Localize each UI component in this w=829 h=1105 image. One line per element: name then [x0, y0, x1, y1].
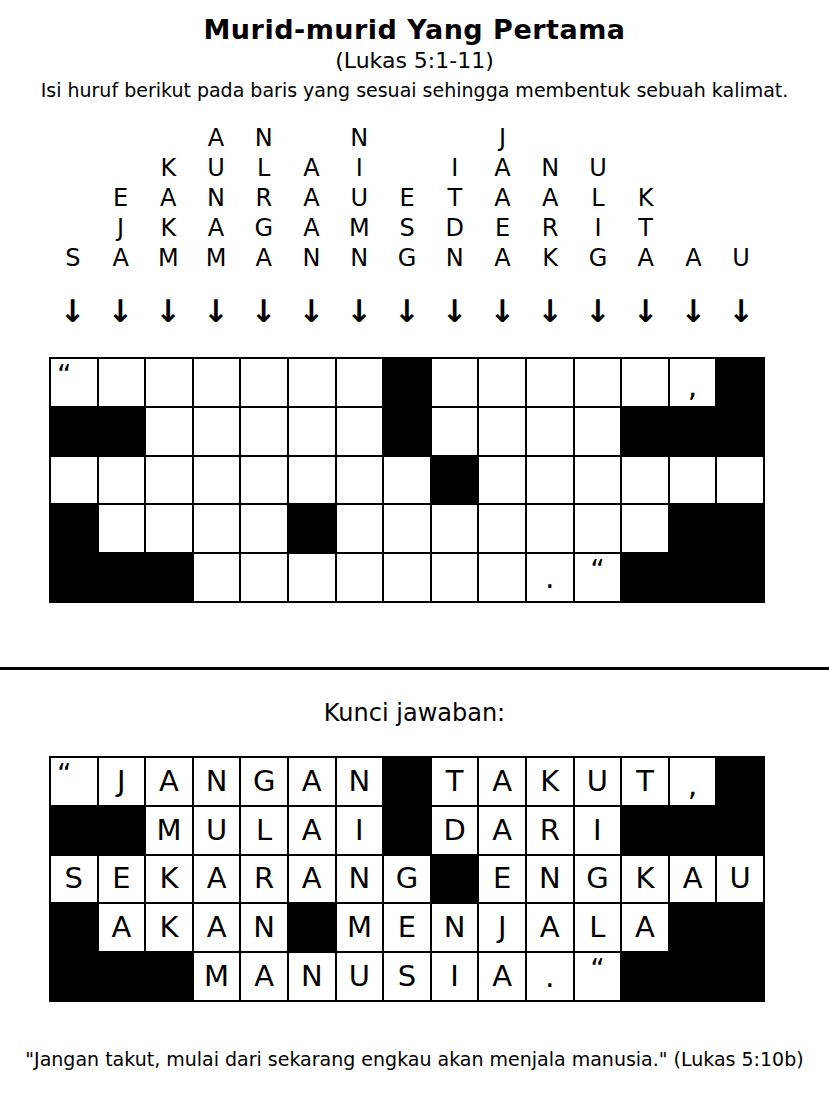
- letter-cell: A: [479, 807, 525, 854]
- stack-gap: [49, 183, 97, 213]
- black-cell: [717, 904, 763, 951]
- clue-letter: A: [479, 153, 527, 183]
- section-divider: [0, 667, 829, 670]
- empty-cell[interactable]: [622, 505, 668, 552]
- clue-letter: G: [240, 213, 288, 243]
- clue-letter: L: [240, 153, 288, 183]
- stack-gap: [622, 153, 670, 183]
- clue-letter: A: [622, 243, 670, 273]
- letter-cell: N: [194, 758, 240, 805]
- empty-cell[interactable]: [146, 359, 192, 406]
- answer-key-heading: Kunci jawaban:: [0, 699, 829, 727]
- clue-letter: T: [431, 183, 479, 213]
- letter-cell: N: [241, 904, 287, 951]
- clue-letter: A: [240, 243, 288, 273]
- black-cell: [717, 505, 763, 552]
- stack-gap: [383, 123, 431, 153]
- letter-cell: J: [99, 758, 145, 805]
- letter-cell: G: [575, 856, 621, 903]
- clue-letter: N: [192, 183, 240, 213]
- empty-cell[interactable]: [146, 408, 192, 455]
- stack-gap: [670, 123, 718, 153]
- black-cell: [146, 554, 192, 601]
- empty-cell[interactable]: [194, 457, 240, 504]
- stack-gap: [670, 153, 718, 183]
- clue-letter: U: [574, 153, 622, 183]
- black-cell: [99, 554, 145, 601]
- empty-cell[interactable]: [432, 505, 478, 552]
- letter-cell: E: [384, 904, 430, 951]
- empty-cell[interactable]: [194, 554, 240, 601]
- black-cell: [432, 457, 478, 504]
- letter-cell: A: [527, 904, 573, 951]
- clue-letter: A: [97, 243, 145, 273]
- letter-stacks: ANNJKULAIIANUEANRAUETAALKJKAGAMSDERITSAM…: [49, 123, 765, 273]
- empty-cell[interactable]: [289, 408, 335, 455]
- letter-cell: L: [241, 807, 287, 854]
- page-title: Murid-murid Yang Pertama: [0, 0, 829, 45]
- letter-cell: A: [241, 953, 287, 1000]
- down-arrow-icon: ↓: [97, 289, 145, 333]
- empty-cell[interactable]: [337, 359, 383, 406]
- clue-letter: R: [526, 213, 574, 243]
- black-cell: [717, 758, 763, 805]
- stack-gap: [670, 213, 718, 243]
- instruction-text: Isi huruf berikut pada baris yang sesuai…: [0, 79, 829, 101]
- black-cell: [717, 359, 763, 406]
- empty-cell[interactable]: [479, 554, 525, 601]
- empty-cell[interactable]: [146, 457, 192, 504]
- letter-cell: A: [289, 807, 335, 854]
- clue-letter: N: [240, 123, 288, 153]
- letter-cell: A: [289, 856, 335, 903]
- empty-cell[interactable]: [527, 457, 573, 504]
- stack-gap: [717, 123, 765, 153]
- letter-cell: D: [432, 807, 478, 854]
- clue-letter: A: [192, 213, 240, 243]
- quote-mark-cell: “: [575, 953, 621, 1000]
- clue-letter: R: [240, 183, 288, 213]
- comma-cell: ,: [670, 758, 716, 805]
- empty-cell[interactable]: [241, 457, 287, 504]
- quote-mark-cell: “: [575, 554, 621, 601]
- letter-cell: U: [194, 807, 240, 854]
- down-arrow-icon: ↓: [526, 289, 574, 333]
- black-cell: [670, 505, 716, 552]
- empty-cell[interactable]: [527, 408, 573, 455]
- clue-letter: A: [479, 243, 527, 273]
- black-cell: [622, 408, 668, 455]
- black-cell: [622, 807, 668, 854]
- empty-cell[interactable]: [241, 359, 287, 406]
- clue-letter: I: [431, 153, 479, 183]
- clue-letter: A: [479, 183, 527, 213]
- clue-letter: G: [574, 243, 622, 273]
- stack-gap: [526, 123, 574, 153]
- letter-cell: N: [337, 856, 383, 903]
- clue-letter: A: [288, 213, 336, 243]
- stack-gap: [574, 123, 622, 153]
- clue-letter: N: [335, 243, 383, 273]
- clue-letter: T: [622, 213, 670, 243]
- black-cell: [670, 408, 716, 455]
- letter-cell: I: [432, 953, 478, 1000]
- letter-cell: N: [337, 758, 383, 805]
- clue-letter: A: [670, 243, 718, 273]
- solution-verse: "Jangan takut, mulai dari sekarang engka…: [0, 1048, 829, 1070]
- letter-cell: A: [479, 758, 525, 805]
- clue-letter: S: [49, 243, 97, 273]
- black-cell: [146, 953, 192, 1000]
- letter-cell: N: [289, 953, 335, 1000]
- empty-cell[interactable]: [670, 457, 716, 504]
- stack-gap: [717, 153, 765, 183]
- letter-cell: M: [337, 904, 383, 951]
- stack-gap: [383, 153, 431, 183]
- black-cell: [99, 807, 145, 854]
- empty-cell[interactable]: [527, 505, 573, 552]
- down-arrow-icon: ↓: [574, 289, 622, 333]
- letter-cell: U: [337, 953, 383, 1000]
- stack-gap: [97, 123, 145, 153]
- clue-letter: N: [526, 153, 574, 183]
- empty-cell[interactable]: [337, 457, 383, 504]
- black-cell: [717, 408, 763, 455]
- black-cell: [432, 856, 478, 903]
- clue-letter: I: [335, 153, 383, 183]
- letter-cell: K: [527, 758, 573, 805]
- stack-gap: [717, 183, 765, 213]
- answer-grid: “JANGANTAKUT,MULAIDARISEKARANGENGKAUAKAN…: [49, 756, 765, 1002]
- empty-cell[interactable]: [194, 408, 240, 455]
- quote-mark-cell: “: [51, 359, 97, 406]
- empty-cell[interactable]: [51, 457, 97, 504]
- letter-cell: A: [479, 953, 525, 1000]
- letter-cell: T: [432, 758, 478, 805]
- clue-letter: M: [144, 243, 192, 273]
- stack-gap: [49, 213, 97, 243]
- empty-cell[interactable]: [289, 554, 335, 601]
- empty-cell[interactable]: [622, 359, 668, 406]
- empty-cell[interactable]: [384, 505, 430, 552]
- clue-letter: U: [192, 153, 240, 183]
- empty-cell[interactable]: [479, 457, 525, 504]
- letter-cell: I: [575, 807, 621, 854]
- letter-cell: M: [146, 807, 192, 854]
- clue-letter: E: [97, 183, 145, 213]
- empty-cell[interactable]: [384, 457, 430, 504]
- clue-letter: M: [335, 213, 383, 243]
- black-cell: [51, 953, 97, 1000]
- black-cell: [384, 807, 430, 854]
- down-arrow-icon: ↓: [670, 289, 718, 333]
- clue-letter: K: [144, 153, 192, 183]
- empty-cell[interactable]: [194, 505, 240, 552]
- stack-gap: [717, 213, 765, 243]
- clue-letter: J: [479, 123, 527, 153]
- letter-cell: A: [194, 904, 240, 951]
- black-cell: [99, 408, 145, 455]
- letter-cell: T: [622, 758, 668, 805]
- down-arrow-icon: ↓: [240, 289, 288, 333]
- black-cell: [51, 807, 97, 854]
- clue-letter: A: [192, 123, 240, 153]
- letter-cell: K: [622, 856, 668, 903]
- down-arrow-icon: ↓: [431, 289, 479, 333]
- black-cell: [670, 554, 716, 601]
- down-arrow-icon: ↓: [49, 289, 97, 333]
- stack-gap: [622, 123, 670, 153]
- letter-cell: A: [289, 758, 335, 805]
- clue-letter: J: [97, 213, 145, 243]
- letter-cell: L: [575, 904, 621, 951]
- clue-letter: I: [574, 213, 622, 243]
- letter-cell: M: [194, 953, 240, 1000]
- clue-letter: E: [383, 183, 431, 213]
- down-arrow-icon: ↓: [717, 289, 765, 333]
- letter-cell: K: [146, 856, 192, 903]
- empty-cell[interactable]: [194, 359, 240, 406]
- letter-cell: A: [670, 856, 716, 903]
- stack-gap: [49, 123, 97, 153]
- black-cell: [384, 359, 430, 406]
- empty-cell[interactable]: [432, 554, 478, 601]
- empty-cell[interactable]: [99, 457, 145, 504]
- letter-cell: S: [384, 953, 430, 1000]
- clue-letter: U: [717, 243, 765, 273]
- letter-cell: A: [146, 758, 192, 805]
- verse-reference: (Lukas 5:1-11): [0, 48, 829, 73]
- letter-cell: A: [194, 856, 240, 903]
- empty-cell[interactable]: [479, 359, 525, 406]
- empty-cell[interactable]: [479, 505, 525, 552]
- black-cell: [717, 554, 763, 601]
- empty-cell[interactable]: [241, 408, 287, 455]
- black-cell: [99, 953, 145, 1000]
- down-arrow-icon: ↓: [479, 289, 527, 333]
- black-cell: [51, 904, 97, 951]
- clue-letter: S: [383, 213, 431, 243]
- down-arrow-icon: ↓: [383, 289, 431, 333]
- letter-cell: E: [99, 856, 145, 903]
- empty-cell[interactable]: [99, 505, 145, 552]
- stack-gap: [49, 153, 97, 183]
- letter-cell: I: [337, 807, 383, 854]
- empty-cell[interactable]: [241, 554, 287, 601]
- empty-cell[interactable]: [575, 505, 621, 552]
- down-arrow-icon: ↓: [288, 289, 336, 333]
- empty-cell[interactable]: [241, 505, 287, 552]
- clue-letter: U: [335, 183, 383, 213]
- letter-cell: J: [479, 904, 525, 951]
- black-cell: [717, 953, 763, 1000]
- clue-letter: N: [288, 243, 336, 273]
- comma-cell: ,: [670, 359, 716, 406]
- clue-letter: K: [144, 213, 192, 243]
- letter-cell: G: [241, 758, 287, 805]
- letter-cell: R: [527, 807, 573, 854]
- black-cell: [670, 953, 716, 1000]
- empty-cell[interactable]: [337, 554, 383, 601]
- down-arrow-icon: ↓: [335, 289, 383, 333]
- black-cell: [670, 807, 716, 854]
- letter-cell: N: [527, 856, 573, 903]
- down-arrow-icon: ↓: [144, 289, 192, 333]
- empty-cell[interactable]: [289, 359, 335, 406]
- clue-letter: K: [622, 183, 670, 213]
- letter-cell: A: [622, 904, 668, 951]
- letter-cell: U: [575, 758, 621, 805]
- empty-cell[interactable]: [717, 457, 763, 504]
- empty-cell[interactable]: [337, 408, 383, 455]
- letter-cell: E: [479, 856, 525, 903]
- puzzle-grid: “,.“: [49, 357, 765, 603]
- stack-gap: [144, 123, 192, 153]
- letter-cell: N: [432, 904, 478, 951]
- empty-cell[interactable]: [527, 359, 573, 406]
- empty-cell[interactable]: [289, 457, 335, 504]
- clue-letter: N: [335, 123, 383, 153]
- stack-gap: [670, 183, 718, 213]
- quote-mark-cell: “: [51, 758, 97, 805]
- empty-cell[interactable]: [432, 359, 478, 406]
- letter-cell: U: [717, 856, 763, 903]
- clue-letter: A: [288, 153, 336, 183]
- empty-cell[interactable]: [99, 359, 145, 406]
- stack-gap: [97, 153, 145, 183]
- period-cell: .: [527, 953, 573, 1000]
- empty-cell[interactable]: [146, 505, 192, 552]
- stack-gap: [288, 123, 336, 153]
- black-cell: [670, 904, 716, 951]
- letter-cell: S: [51, 856, 97, 903]
- empty-cell[interactable]: [432, 408, 478, 455]
- clue-letter: D: [431, 213, 479, 243]
- black-cell: [717, 807, 763, 854]
- empty-cell[interactable]: [575, 457, 621, 504]
- black-cell: [622, 953, 668, 1000]
- empty-cell[interactable]: [622, 457, 668, 504]
- letter-cell: R: [241, 856, 287, 903]
- letter-cell: K: [146, 904, 192, 951]
- clue-letter: E: [479, 213, 527, 243]
- clue-letter: A: [288, 183, 336, 213]
- stack-gap: [431, 123, 479, 153]
- clue-letter: G: [383, 243, 431, 273]
- clue-letter: M: [192, 243, 240, 273]
- empty-cell[interactable]: [384, 554, 430, 601]
- clue-letter: N: [431, 243, 479, 273]
- black-cell: [51, 408, 97, 455]
- black-cell: [384, 408, 430, 455]
- black-cell: [384, 758, 430, 805]
- black-cell: [51, 554, 97, 601]
- clue-letter: L: [574, 183, 622, 213]
- down-arrow-icon: ↓: [192, 289, 240, 333]
- clue-letter: K: [526, 243, 574, 273]
- down-arrow-icon: ↓: [622, 289, 670, 333]
- empty-cell[interactable]: [575, 359, 621, 406]
- empty-cell[interactable]: [479, 408, 525, 455]
- letter-cell: G: [384, 856, 430, 903]
- black-cell: [289, 505, 335, 552]
- drop-arrows: ↓↓↓↓↓↓↓↓↓↓↓↓↓↓↓: [49, 289, 765, 333]
- clue-letter: A: [526, 183, 574, 213]
- black-cell: [622, 554, 668, 601]
- black-cell: [289, 904, 335, 951]
- clue-letter: A: [144, 183, 192, 213]
- empty-cell[interactable]: [337, 505, 383, 552]
- letter-cell: A: [99, 904, 145, 951]
- empty-cell[interactable]: [575, 408, 621, 455]
- black-cell: [51, 505, 97, 552]
- period-cell: .: [527, 554, 573, 601]
